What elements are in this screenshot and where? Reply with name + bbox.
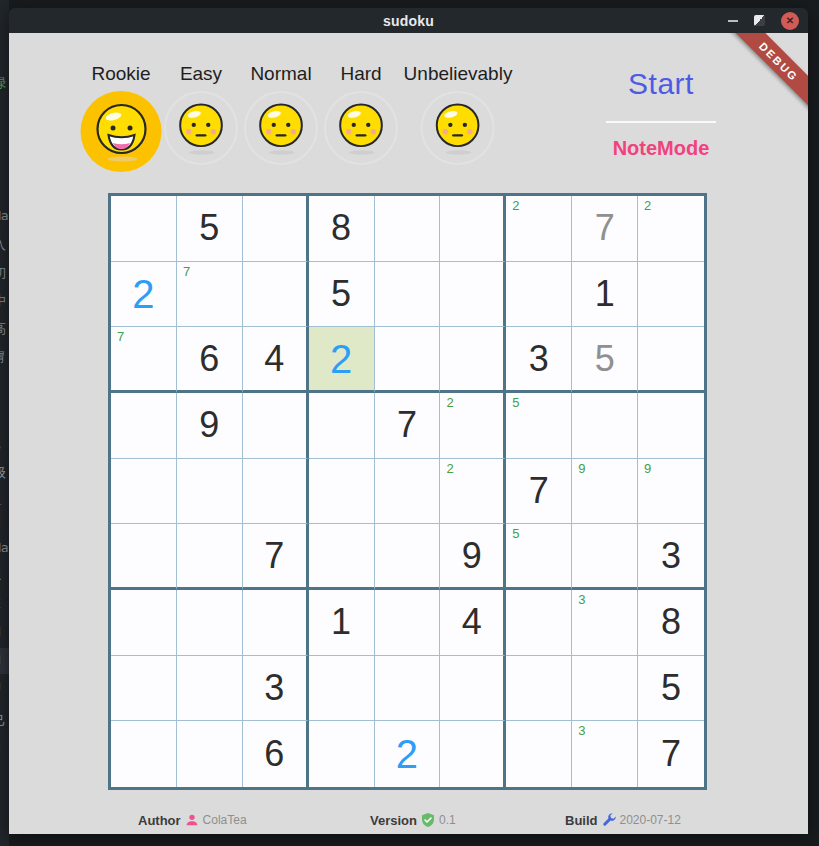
background-text-fragment: U — [0, 680, 1, 695]
cell-r8c7[interactable] — [506, 656, 572, 722]
cell-r8c6[interactable] — [440, 656, 506, 722]
background-text-fragment: g — [0, 512, 1, 527]
cell-r2c2[interactable]: 7 — [177, 262, 243, 328]
cell-r5c2[interactable] — [177, 459, 243, 525]
cell-value: 5 — [661, 670, 681, 706]
smiley-neutral-icon — [172, 99, 230, 157]
cell-r2c5[interactable] — [375, 262, 441, 328]
cell-r5c7[interactable]: 7 — [506, 459, 572, 525]
cell-r8c9[interactable]: 5 — [638, 656, 704, 722]
cell-value: 5 — [199, 210, 219, 246]
start-button[interactable]: Start — [628, 67, 694, 101]
background-text-fragment: 高 — [0, 320, 6, 338]
minimize-button[interactable] — [728, 20, 738, 22]
cell-r7c1[interactable] — [111, 590, 177, 656]
cell-r1c9[interactable]: 2 — [638, 196, 704, 262]
cell-r1c7[interactable]: 2 — [506, 196, 572, 262]
cell-r4c8[interactable] — [572, 393, 638, 459]
cell-r6c9[interactable]: 3 — [638, 524, 704, 590]
background-text-fragment: 级 — [0, 464, 6, 482]
cell-r9c9[interactable]: 7 — [638, 721, 704, 787]
cell-r7c8[interactable]: 3 — [572, 590, 638, 656]
background-text-fragment: 中 — [0, 292, 6, 310]
cell-r1c1[interactable] — [111, 196, 177, 262]
background-text-fragment: S — [0, 438, 1, 453]
cell-r3c1[interactable]: 7 — [111, 327, 177, 393]
cell-r2c1[interactable]: 2 — [111, 262, 177, 328]
cell-r9c4[interactable] — [309, 721, 375, 787]
cell-r4c4[interactable] — [309, 393, 375, 459]
pencil-note: 9 — [644, 462, 651, 475]
cell-r4c6[interactable]: 2 — [440, 393, 506, 459]
cell-r1c2[interactable]: 5 — [177, 196, 243, 262]
pencil-note: 2 — [446, 462, 453, 475]
build-info: Build 2020-07-12 — [565, 812, 681, 828]
sudoku-board-grid: 5827227517642359725279979531438356237 — [111, 196, 704, 787]
version-value: 0.1 — [439, 813, 456, 827]
cell-r4c3[interactable] — [243, 393, 309, 459]
maximize-button[interactable] — [754, 15, 765, 26]
pencil-note: 2 — [446, 396, 453, 409]
difficulty-label: Easy — [164, 63, 238, 85]
cell-r3c3[interactable]: 4 — [243, 327, 309, 393]
pencil-note: 7 — [183, 265, 190, 278]
pencil-note: 5 — [512, 396, 519, 409]
cell-value: 2 — [330, 339, 352, 379]
cell-r5c5[interactable] — [375, 459, 441, 525]
background-text-fragment: s — [0, 764, 1, 779]
cell-r9c5[interactable]: 2 — [375, 721, 441, 787]
cell-r5c6[interactable]: 2 — [440, 459, 506, 525]
unselected-ring — [164, 91, 238, 165]
cell-value: 7 — [529, 473, 549, 509]
author-value: ColaTea — [203, 813, 247, 827]
cell-r9c8[interactable]: 3 — [572, 721, 638, 787]
background-editor-strip: 绿Ma入初中高胃S级_gMaRENHU己is — [0, 0, 9, 846]
background-text-fragment: 己 — [0, 712, 6, 730]
background-text-fragment: N — [0, 624, 1, 639]
smiley-neutral-icon — [332, 99, 390, 157]
background-text-fragment: 入 — [0, 236, 6, 254]
cell-r9c6[interactable] — [440, 721, 506, 787]
difficulty-normal[interactable]: Normal — [244, 63, 318, 165]
close-button[interactable]: ✕ — [781, 12, 799, 30]
cell-r8c1[interactable] — [111, 656, 177, 722]
cell-r8c2[interactable] — [177, 656, 243, 722]
difficulty-label: Rookie — [81, 63, 162, 85]
pencil-note: 7 — [117, 330, 124, 343]
version-label: Version — [370, 813, 417, 828]
author-info: Author ColaTea — [138, 812, 247, 828]
cell-r6c3[interactable]: 7 — [243, 524, 309, 590]
cell-r7c7[interactable] — [506, 590, 572, 656]
cell-value: 3 — [264, 670, 284, 706]
cell-r4c5[interactable]: 7 — [375, 393, 441, 459]
author-label: Author — [138, 813, 181, 828]
cell-r4c1[interactable] — [111, 393, 177, 459]
debug-ribbon: DEBUG — [719, 33, 808, 122]
pencil-note: 3 — [578, 593, 585, 606]
cell-r2c6[interactable] — [440, 262, 506, 328]
cell-value: 1 — [331, 604, 351, 640]
cell-r7c4[interactable]: 1 — [309, 590, 375, 656]
cell-r6c1[interactable] — [111, 524, 177, 590]
difficulty-easy[interactable]: Easy — [164, 63, 238, 165]
build-label: Build — [565, 813, 598, 828]
cell-r5c1[interactable] — [111, 459, 177, 525]
cell-r3c7[interactable]: 3 — [506, 327, 572, 393]
background-text-fragment: E — [0, 596, 1, 611]
cell-r5c9[interactable]: 9 — [638, 459, 704, 525]
unselected-ring — [244, 91, 318, 165]
cell-r8c4[interactable] — [309, 656, 375, 722]
person-icon — [184, 812, 200, 828]
app-window: sudoku ✕ DEBUG Rookie — [9, 8, 808, 834]
background-text-fragment: Ma — [0, 540, 9, 555]
cell-value: 1 — [595, 276, 615, 312]
background-text-fragment: 胃 — [0, 348, 6, 366]
verified-shield-icon — [420, 812, 436, 828]
smiley-happy-icon — [89, 100, 153, 164]
background-text-fragment: _ — [0, 490, 1, 505]
difficulty-unbelievably[interactable]: Unbelievably — [404, 63, 513, 165]
cell-value: 6 — [199, 341, 219, 377]
cell-r6c2[interactable] — [177, 524, 243, 590]
background-text-fragment: R — [0, 568, 1, 583]
cell-value: 4 — [462, 604, 482, 640]
cell-r2c3[interactable] — [243, 262, 309, 328]
cell-r6c6[interactable]: 9 — [440, 524, 506, 590]
pencil-note: 2 — [644, 199, 651, 212]
cell-r4c2[interactable]: 9 — [177, 393, 243, 459]
cell-value: 2 — [132, 274, 154, 314]
cell-r8c8[interactable] — [572, 656, 638, 722]
cell-r6c5[interactable] — [375, 524, 441, 590]
difficulty-label: Unbelievably — [404, 63, 513, 85]
sudoku-board: 5827227517642359725279979531438356237 — [108, 193, 707, 790]
pencil-note: 9 — [578, 462, 585, 475]
titlebar[interactable]: sudoku ✕ — [9, 8, 808, 33]
background-text-fragment: 初 — [0, 264, 6, 282]
cell-r7c9[interactable]: 8 — [638, 590, 704, 656]
background-text-fragment: Ma — [0, 208, 9, 223]
cell-value: 3 — [661, 538, 681, 574]
cell-r7c3[interactable] — [243, 590, 309, 656]
background-text-fragment: 绿 — [0, 74, 6, 92]
start-underline — [606, 121, 716, 123]
cell-r9c1[interactable] — [111, 721, 177, 787]
cell-value: 7 — [264, 538, 284, 574]
difficulty-hard[interactable]: Hard — [324, 63, 398, 165]
cell-value: 7 — [661, 736, 681, 772]
version-info: Version 0.1 — [370, 812, 456, 828]
cell-r8c3[interactable]: 3 — [243, 656, 309, 722]
cell-r4c7[interactable]: 5 — [506, 393, 572, 459]
cell-r8c5[interactable] — [375, 656, 441, 722]
cell-value: 4 — [264, 341, 284, 377]
cell-r3c9[interactable] — [638, 327, 704, 393]
cell-r1c3[interactable] — [243, 196, 309, 262]
cell-r1c8[interactable]: 7 — [572, 196, 638, 262]
smiley-neutral-icon — [429, 99, 487, 157]
cell-value: 5 — [331, 276, 351, 312]
cell-r5c4[interactable] — [309, 459, 375, 525]
cell-value: 9 — [462, 538, 482, 574]
cell-r3c5[interactable] — [375, 327, 441, 393]
build-value: 2020-07-12 — [620, 813, 681, 827]
cell-r1c6[interactable] — [440, 196, 506, 262]
cell-r6c4[interactable] — [309, 524, 375, 590]
cell-r3c6[interactable] — [440, 327, 506, 393]
cell-r1c4[interactable]: 8 — [309, 196, 375, 262]
cell-r7c2[interactable] — [177, 590, 243, 656]
cell-r5c3[interactable] — [243, 459, 309, 525]
pencil-note: 3 — [578, 724, 585, 737]
cell-value: 8 — [661, 604, 681, 640]
cell-value: 6 — [264, 736, 284, 772]
cell-r2c7[interactable] — [506, 262, 572, 328]
cell-value: 7 — [397, 407, 417, 443]
cell-r9c7[interactable] — [506, 721, 572, 787]
unselected-ring — [324, 91, 398, 165]
cell-r2c4[interactable]: 5 — [309, 262, 375, 328]
cell-value: 5 — [595, 341, 615, 377]
cell-value: 8 — [331, 210, 351, 246]
background-text-fragment: H — [0, 652, 1, 667]
difficulty-label: Normal — [244, 63, 318, 85]
cell-r1c5[interactable] — [375, 196, 441, 262]
window-content: DEBUG Rookie Easy — [9, 33, 808, 834]
cell-r3c8[interactable]: 5 — [572, 327, 638, 393]
wrench-icon — [601, 812, 617, 828]
cell-r6c8[interactable] — [572, 524, 638, 590]
cell-r6c7[interactable]: 5 — [506, 524, 572, 590]
cell-value: 9 — [199, 407, 219, 443]
cell-r3c2[interactable]: 6 — [177, 327, 243, 393]
cell-r2c9[interactable] — [638, 262, 704, 328]
cell-value: 3 — [529, 341, 549, 377]
cell-r7c6[interactable]: 4 — [440, 590, 506, 656]
unselected-ring — [421, 91, 495, 165]
note-mode-button[interactable]: NoteMode — [613, 137, 710, 160]
cell-r9c2[interactable] — [177, 721, 243, 787]
pencil-note: 5 — [512, 527, 519, 540]
cell-value: 2 — [396, 734, 418, 774]
difficulty-label: Hard — [324, 63, 398, 85]
cell-r4c9[interactable] — [638, 393, 704, 459]
cell-r7c5[interactable] — [375, 590, 441, 656]
background-text-fragment: i — [0, 738, 1, 753]
pencil-note: 2 — [512, 199, 519, 212]
cell-r5c8[interactable]: 9 — [572, 459, 638, 525]
cell-r9c3[interactable]: 6 — [243, 721, 309, 787]
window-title: sudoku — [9, 13, 808, 29]
difficulty-rookie[interactable]: Rookie — [81, 63, 162, 172]
cell-value: 7 — [595, 210, 615, 246]
cell-r3c4[interactable]: 2 — [309, 327, 375, 393]
smiley-neutral-icon — [252, 99, 310, 157]
selected-ring — [81, 91, 162, 172]
cell-r2c8[interactable]: 1 — [572, 262, 638, 328]
